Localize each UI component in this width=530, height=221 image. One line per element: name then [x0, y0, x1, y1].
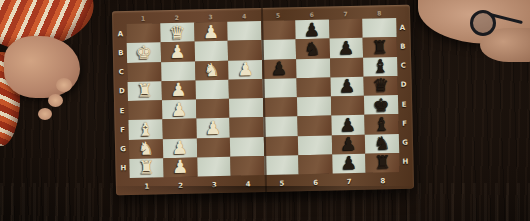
black-pawn-b7[interactable]: ♟	[338, 39, 355, 57]
black-knight-b6[interactable]: ♞	[304, 40, 321, 58]
file-label-b: B	[115, 43, 127, 63]
rank-label-6: 6	[295, 8, 329, 19]
square-g7[interactable]: ♟	[331, 134, 365, 154]
square-h8[interactable]: ♜	[365, 153, 399, 173]
square-h3[interactable]	[197, 157, 231, 177]
square-d6[interactable]	[296, 77, 330, 97]
white-pawn-g2[interactable]: ♟	[171, 139, 188, 157]
black-pawn-d7[interactable]: ♟	[339, 77, 356, 95]
square-a1[interactable]	[126, 23, 160, 43]
square-g6[interactable]	[298, 135, 332, 155]
white-pawn-c4[interactable]: ♟	[237, 60, 254, 78]
square-g1[interactable]: ♞	[129, 139, 163, 159]
white-knight-g1[interactable]: ♞	[138, 140, 155, 158]
square-b1[interactable]: ♚	[127, 43, 161, 63]
white-pawn-h2[interactable]: ♟	[172, 158, 189, 176]
square-b4[interactable]	[228, 40, 262, 60]
square-a3[interactable]: ♟	[194, 22, 228, 42]
square-a2[interactable]: ♛	[160, 23, 194, 43]
rank-label-1: 1	[126, 12, 160, 23]
rank-label-4: 4	[227, 10, 261, 21]
square-a7[interactable]	[329, 19, 363, 39]
black-bishop-c8[interactable]: ♝	[372, 57, 389, 75]
square-b5[interactable]	[262, 39, 296, 59]
square-g2[interactable]: ♟	[163, 138, 197, 158]
square-c6[interactable]	[296, 58, 330, 78]
board-shadow	[100, 186, 420, 204]
square-g4[interactable]	[230, 136, 264, 156]
knuckle	[38, 108, 52, 120]
square-h1[interactable]: ♜	[129, 158, 163, 178]
file-label-d: D	[116, 82, 128, 102]
square-d7[interactable]: ♟	[330, 76, 364, 96]
square-d8[interactable]: ♛	[364, 76, 398, 96]
knuckle	[56, 78, 72, 92]
square-d4[interactable]	[229, 79, 263, 99]
file-label-g: G	[399, 133, 411, 153]
square-f5[interactable]	[263, 116, 297, 136]
square-h6[interactable]	[298, 154, 332, 174]
white-rook-d1[interactable]: ♜	[136, 82, 153, 100]
square-e1[interactable]	[128, 100, 162, 120]
square-f6[interactable]	[297, 116, 331, 136]
square-d1[interactable]: ♜	[128, 81, 162, 101]
square-b8[interactable]: ♜	[363, 37, 397, 57]
square-b2[interactable]: ♟	[160, 42, 194, 62]
white-pawn-d2[interactable]: ♟	[170, 81, 187, 99]
file-label-c: C	[397, 56, 409, 76]
white-rook-h1[interactable]: ♜	[138, 159, 155, 177]
square-e3[interactable]	[195, 99, 229, 119]
square-b3[interactable]	[194, 41, 228, 61]
square-f4[interactable]	[230, 117, 264, 137]
square-a4[interactable]	[227, 21, 261, 41]
square-h5[interactable]	[264, 155, 298, 175]
file-label-e: E	[398, 95, 410, 115]
black-pawn-a6[interactable]: ♟	[304, 20, 321, 38]
white-pawn-a3[interactable]: ♟	[203, 23, 220, 41]
white-pawn-f3[interactable]: ♟	[205, 119, 222, 137]
board-grid: ♛♟♟♚♟♞♟♜♞♟♟♝♜♟♟♛♟♚♝♟♟♝♞♟♟♞♜♟♟♜	[126, 18, 399, 178]
white-king-b1[interactable]: ♚	[135, 43, 152, 61]
black-pawn-g7[interactable]: ♟	[340, 135, 357, 153]
square-h4[interactable]	[231, 156, 265, 176]
file-label-b: B	[397, 37, 409, 57]
square-f3[interactable]: ♟	[196, 118, 230, 138]
square-f1[interactable]: ♝	[128, 120, 162, 140]
square-h2[interactable]: ♟	[163, 157, 197, 177]
black-pawn-c5[interactable]: ♟	[271, 60, 288, 78]
square-d5[interactable]	[263, 78, 297, 98]
black-rook-b8[interactable]: ♜	[372, 38, 389, 56]
square-d3[interactable]	[195, 80, 229, 100]
black-knight-g8[interactable]: ♞	[374, 134, 391, 152]
square-c3[interactable]: ♞	[195, 60, 229, 80]
photo-chess-scene: { "game": "chess", "position": { "fen": …	[0, 0, 530, 221]
file-label-h: H	[117, 159, 129, 179]
rank-label-2: 2	[160, 12, 194, 23]
chess-board: ABCDEFGH ABCDEFGH 12345678 12345678 ♛♟♟♚…	[112, 5, 414, 196]
file-label-d: D	[397, 75, 409, 95]
square-f8[interactable]: ♝	[365, 114, 399, 134]
square-g8[interactable]: ♞	[365, 133, 399, 153]
square-f7[interactable]: ♟	[331, 115, 365, 135]
white-knight-c3[interactable]: ♞	[203, 61, 220, 79]
square-e4[interactable]	[229, 98, 263, 118]
square-c2[interactable]	[161, 61, 195, 81]
square-a8[interactable]	[362, 18, 396, 38]
square-a5[interactable]	[261, 20, 295, 40]
square-c4[interactable]: ♟	[228, 60, 262, 80]
black-pawn-f7[interactable]: ♟	[340, 116, 357, 134]
black-bishop-f8[interactable]: ♝	[373, 115, 390, 133]
left-player-hand	[4, 36, 80, 98]
square-e5[interactable]	[263, 97, 297, 117]
rank-label-8: 8	[362, 7, 396, 18]
square-g3[interactable]	[196, 137, 230, 157]
white-bishop-f1[interactable]: ♝	[137, 120, 154, 138]
square-c5[interactable]: ♟	[262, 59, 296, 79]
file-label-a: A	[114, 24, 126, 44]
rank-label-7: 7	[328, 8, 362, 19]
file-labels-right: ABCDEFGH	[396, 18, 411, 172]
black-queen-d8[interactable]: ♛	[373, 77, 390, 95]
square-e2[interactable]: ♟	[162, 100, 196, 120]
square-e7[interactable]	[330, 96, 364, 116]
square-e6[interactable]	[297, 96, 331, 116]
file-label-h: H	[399, 152, 411, 172]
square-d2[interactable]: ♟	[161, 80, 195, 100]
white-pawn-b2[interactable]: ♟	[169, 43, 186, 61]
square-e8[interactable]: ♚	[364, 95, 398, 115]
white-pawn-e2[interactable]: ♟	[171, 100, 188, 118]
square-g5[interactable]	[264, 136, 298, 156]
file-label-a: A	[396, 18, 408, 38]
square-c7[interactable]	[330, 57, 364, 77]
square-a6[interactable]: ♟	[295, 19, 329, 39]
square-f2[interactable]	[162, 119, 196, 139]
square-b6[interactable]: ♞	[295, 39, 329, 59]
square-c1[interactable]	[127, 62, 161, 82]
rank-label-5: 5	[261, 9, 295, 20]
file-label-f: F	[116, 120, 128, 140]
file-label-f: F	[398, 114, 410, 134]
square-b7[interactable]: ♟	[329, 38, 363, 58]
black-king-e8[interactable]: ♚	[373, 96, 390, 114]
file-label-g: G	[117, 140, 129, 160]
black-pawn-h7[interactable]: ♟	[341, 154, 358, 172]
square-h7[interactable]: ♟	[332, 153, 366, 173]
knuckle	[48, 94, 63, 107]
square-c8[interactable]: ♝	[363, 56, 397, 76]
file-label-c: C	[115, 63, 127, 83]
white-queen-a2[interactable]: ♛	[169, 23, 186, 41]
rank-label-3: 3	[193, 11, 227, 22]
black-rook-h8[interactable]: ♜	[374, 153, 391, 171]
file-label-e: E	[116, 101, 128, 121]
